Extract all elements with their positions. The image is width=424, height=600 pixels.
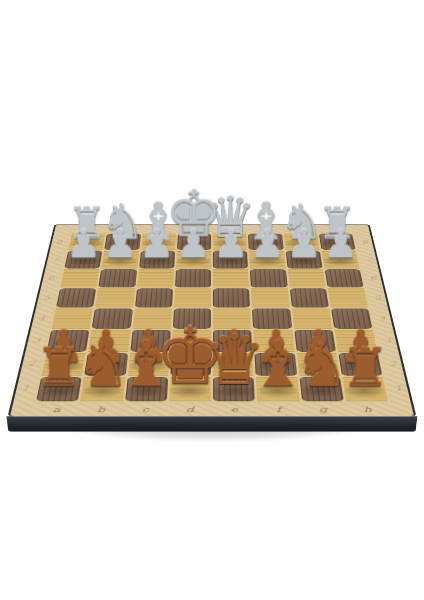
rank-label-left-2: 2 (21, 352, 42, 376)
piece-shadow (126, 384, 167, 397)
piece-shadow (171, 360, 210, 372)
rank-label-right-4: 4 (373, 308, 392, 329)
rank-label-right-6: 6 (364, 269, 382, 288)
square-e1: ♛ (213, 377, 255, 401)
rank-label-left-6: 6 (42, 269, 60, 288)
file-labels-far: abcdefgh (72, 226, 351, 232)
square-b5 (95, 288, 134, 307)
square-c8: ♝ (141, 234, 176, 250)
piece-shadow (249, 239, 283, 248)
square-a3 (47, 330, 90, 352)
board-side-edge (6, 416, 417, 431)
rank-label-right-8: 8 (357, 234, 374, 251)
square-f7: ♟ (249, 251, 285, 268)
square-e4 (213, 309, 251, 329)
square-c2: ♟ (127, 353, 169, 376)
square-h8: ♜ (319, 234, 356, 250)
square-g5 (289, 288, 328, 307)
square-f8: ♝ (248, 234, 283, 250)
square-e6 (213, 269, 249, 287)
piece-shadow (300, 384, 342, 397)
rank-label-right-3: 3 (378, 329, 398, 352)
file-label-far-c: c (142, 226, 177, 232)
file-label-far-d: d (177, 226, 212, 232)
square-h5 (328, 288, 368, 307)
file-label-far-a: a (72, 226, 108, 232)
piece-shadow (285, 239, 319, 248)
piece-shadow (340, 360, 381, 372)
square-g4 (292, 309, 333, 329)
square-f2: ♟ (255, 353, 297, 376)
square-e5 (213, 288, 250, 307)
piece-shadow (170, 384, 210, 397)
rank-label-right-2: 2 (383, 352, 404, 376)
piece-shadow (323, 256, 358, 265)
rank-label-left-3: 3 (27, 329, 47, 352)
square-h2: ♟ (338, 353, 382, 376)
piece-shadow (140, 256, 174, 265)
square-g1: ♞ (299, 377, 344, 401)
piece-shadow (214, 256, 248, 265)
chess-board: abcdefgh 87654321 87654321 abcdefgh ♜♞♝♚… (8, 224, 417, 416)
file-label-e: e (212, 405, 257, 415)
square-e2: ♟ (213, 353, 254, 376)
piece-shadow (257, 384, 298, 397)
square-g3 (294, 330, 336, 352)
square-c1: ♝ (125, 377, 168, 401)
square-a7: ♟ (64, 251, 102, 268)
square-c5 (135, 288, 173, 307)
square-b4 (92, 309, 133, 329)
square-b6 (99, 269, 137, 287)
file-label-far-h: h (316, 226, 352, 232)
square-h1: ♜ (342, 377, 388, 401)
square-g6 (287, 269, 325, 287)
rank-label-left-4: 4 (32, 308, 51, 329)
square-h6 (324, 269, 363, 287)
square-f1: ♝ (256, 377, 299, 401)
perspective-scene: abcdefgh 87654321 87654321 abcdefgh ♜♞♝♚… (0, 0, 424, 600)
file-label-far-f: f (247, 226, 282, 232)
piece-shadow (286, 256, 321, 265)
file-label-h: h (344, 405, 390, 415)
square-d8: ♚ (177, 234, 211, 250)
square-f3 (253, 330, 294, 352)
piece-shadow (298, 360, 339, 372)
square-e8: ♛ (213, 234, 247, 250)
file-label-g: g (300, 405, 346, 415)
square-g7: ♟ (285, 251, 322, 268)
piece-shadow (256, 360, 296, 372)
file-label-far-b: b (107, 226, 143, 232)
square-f5 (251, 288, 289, 307)
rank-label-left-7: 7 (46, 251, 63, 269)
rank-label-left-5: 5 (37, 288, 55, 308)
file-label-f: f (256, 405, 301, 415)
square-c7: ♟ (139, 251, 175, 268)
square-a6 (60, 269, 99, 287)
piece-shadow (66, 256, 101, 265)
rank-label-left-8: 8 (51, 234, 68, 251)
rank-label-left-1: 1 (15, 376, 36, 401)
piece-shadow (82, 384, 124, 397)
square-d6 (175, 269, 211, 287)
square-f4 (252, 309, 291, 329)
file-label-far-e: e (212, 226, 247, 232)
square-h3 (334, 330, 377, 352)
piece-shadow (105, 239, 139, 248)
square-h7: ♟ (321, 251, 359, 268)
square-d5 (174, 288, 211, 307)
rank-label-right-7: 7 (360, 251, 377, 269)
square-c3 (130, 330, 171, 352)
piece-shadow (344, 384, 387, 397)
square-d4 (173, 309, 211, 329)
square-b8: ♞ (105, 234, 141, 250)
piece-shadow (250, 256, 284, 265)
file-label-b: b (78, 405, 124, 415)
piece-shadow (141, 239, 175, 248)
square-g2: ♟ (296, 353, 339, 376)
piece-shadow (128, 360, 168, 372)
square-a1: ♜ (36, 377, 82, 401)
square-d7: ♟ (176, 251, 211, 268)
square-b2: ♟ (84, 353, 127, 376)
square-b1: ♞ (80, 377, 125, 401)
square-f6 (250, 269, 287, 287)
square-h4 (331, 309, 373, 329)
file-label-far-g: g (281, 226, 317, 232)
square-e7: ♟ (213, 251, 248, 268)
square-a5 (56, 288, 96, 307)
square-a8: ♜ (68, 234, 105, 250)
piece-shadow (214, 384, 254, 397)
piece-shadow (177, 239, 210, 248)
square-d3 (171, 330, 210, 352)
square-a4 (52, 309, 94, 329)
piece-shadow (69, 239, 103, 248)
piece-shadow (38, 384, 81, 397)
file-labels-near: abcdefgh (33, 405, 391, 415)
square-d1: ♚ (169, 377, 211, 401)
piece-shadow (177, 256, 211, 265)
piece-shadow (320, 239, 354, 248)
square-a2: ♟ (42, 353, 86, 376)
rank-label-right-5: 5 (369, 288, 387, 308)
square-c6 (137, 269, 174, 287)
file-label-a: a (33, 405, 79, 415)
square-d2: ♟ (170, 353, 211, 376)
piece-shadow (86, 360, 127, 372)
square-c4 (132, 309, 171, 329)
board-squares: ♜♞♝♚♛♝♞♜♟♟♟♟♟♟♟♟♟♟♟♟♟♟♟♟♜♞♝♚♛♝♞♜ (34, 233, 391, 403)
square-e3 (213, 330, 252, 352)
piece-shadow (213, 239, 246, 248)
piece-shadow (103, 256, 138, 265)
file-label-c: c (123, 405, 168, 415)
square-b7: ♟ (102, 251, 139, 268)
piece-shadow (43, 360, 84, 372)
rank-label-right-1: 1 (388, 376, 409, 401)
file-label-d: d (167, 405, 212, 415)
square-b3 (88, 330, 130, 352)
piece-shadow (214, 360, 253, 372)
square-g8: ♞ (283, 234, 319, 250)
photo-canvas: abcdefgh 87654321 87654321 abcdefgh ♜♞♝♚… (0, 0, 424, 600)
